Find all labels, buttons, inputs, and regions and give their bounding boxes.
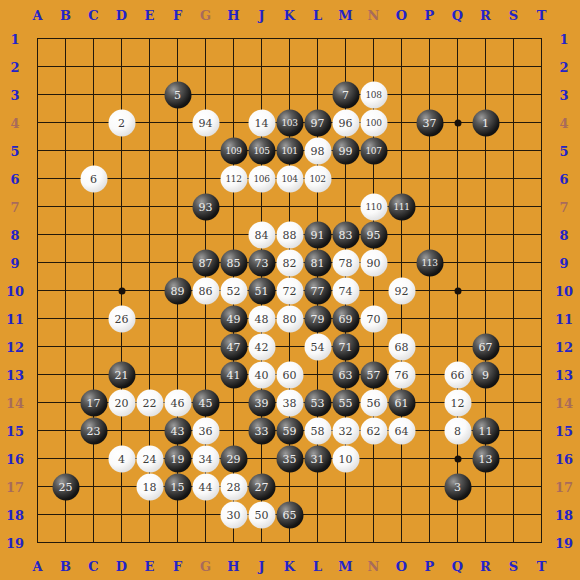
move-number: 69 xyxy=(339,313,353,324)
move-number: 88 xyxy=(283,229,297,240)
move-number: 90 xyxy=(367,257,381,268)
move-number: 64 xyxy=(395,425,409,436)
move-number: 1 xyxy=(482,117,489,128)
move-number: 62 xyxy=(367,425,381,436)
move-number: 85 xyxy=(227,257,241,268)
stone-white-N14[interactable]: 56 xyxy=(360,389,387,416)
move-number: 76 xyxy=(395,369,409,380)
move-number: 80 xyxy=(283,313,297,324)
column-label-top-D: D xyxy=(116,9,127,22)
column-label-top-E: E xyxy=(145,9,155,22)
stone-white-H6[interactable]: 112 xyxy=(220,165,247,192)
stone-white-D16[interactable]: 4 xyxy=(108,445,135,472)
stone-black-R16[interactable]: 13 xyxy=(472,445,499,472)
column-label-top-L: L xyxy=(313,9,322,22)
column-label-bottom-F: F xyxy=(173,560,182,573)
row-label-right-5: 5 xyxy=(559,144,568,157)
move-number: 18 xyxy=(143,481,157,492)
move-number: 14 xyxy=(255,117,269,128)
move-number: 29 xyxy=(227,453,241,464)
row-label-right-17: 17 xyxy=(555,480,573,493)
move-number: 27 xyxy=(255,481,269,492)
move-number: 86 xyxy=(199,285,213,296)
column-label-bottom-N: N xyxy=(368,560,380,573)
row-label-left-19: 19 xyxy=(6,536,24,549)
move-number: 106 xyxy=(254,174,270,183)
stone-white-L15[interactable]: 58 xyxy=(304,417,331,444)
go-board: ABCDEFGHJKLMNOPQRST ABCDEFGHJKLMNOPQRST … xyxy=(0,0,580,580)
row-label-right-1: 1 xyxy=(559,32,568,45)
move-number: 17 xyxy=(87,397,101,408)
row-label-right-9: 9 xyxy=(559,256,568,269)
stone-white-O15[interactable]: 64 xyxy=(388,417,415,444)
stone-black-P9[interactable]: 113 xyxy=(416,249,443,276)
stone-black-O14[interactable]: 61 xyxy=(388,389,415,416)
stone-black-H12[interactable]: 47 xyxy=(220,333,247,360)
move-number: 26 xyxy=(115,313,129,324)
move-number: 105 xyxy=(254,146,270,155)
row-label-left-6: 6 xyxy=(10,172,19,185)
stone-white-N4[interactable]: 100 xyxy=(360,109,387,136)
stone-black-M5[interactable]: 99 xyxy=(332,137,359,164)
row-label-left-10: 10 xyxy=(6,284,24,297)
stone-black-F3[interactable]: 5 xyxy=(164,81,191,108)
stone-white-D11[interactable]: 26 xyxy=(108,305,135,332)
star-point-D10 xyxy=(118,287,125,294)
column-label-bottom-J: J xyxy=(258,560,264,573)
move-number: 55 xyxy=(339,397,353,408)
move-number: 98 xyxy=(311,145,325,156)
stone-white-J11[interactable]: 48 xyxy=(248,305,275,332)
column-label-bottom-B: B xyxy=(60,560,71,573)
stone-black-M14[interactable]: 55 xyxy=(332,389,359,416)
stone-black-H13[interactable]: 41 xyxy=(220,361,247,388)
stone-black-M11[interactable]: 69 xyxy=(332,305,359,332)
move-number: 15 xyxy=(171,481,185,492)
stone-white-J4[interactable]: 14 xyxy=(248,109,275,136)
move-number: 70 xyxy=(367,313,381,324)
move-number: 51 xyxy=(255,285,269,296)
move-number: 48 xyxy=(255,313,269,324)
stone-white-K6[interactable]: 104 xyxy=(276,165,303,192)
stone-white-L5[interactable]: 98 xyxy=(304,137,331,164)
stone-black-L11[interactable]: 79 xyxy=(304,305,331,332)
move-number: 63 xyxy=(339,369,353,380)
stone-black-D13[interactable]: 21 xyxy=(108,361,135,388)
move-number: 100 xyxy=(366,118,382,127)
column-label-bottom-L: L xyxy=(313,560,322,573)
column-label-bottom-D: D xyxy=(116,560,127,573)
move-number: 33 xyxy=(255,425,269,436)
move-number: 77 xyxy=(311,285,325,296)
move-number: 68 xyxy=(395,341,409,352)
stone-black-F10[interactable]: 89 xyxy=(164,277,191,304)
stone-white-J18[interactable]: 50 xyxy=(248,501,275,528)
stone-black-K16[interactable]: 35 xyxy=(276,445,303,472)
move-number: 101 xyxy=(282,146,298,155)
move-number: 81 xyxy=(311,257,325,268)
row-label-right-7: 7 xyxy=(559,200,568,213)
column-label-top-A: A xyxy=(32,9,42,22)
star-point-Q16 xyxy=(454,455,461,462)
move-number: 22 xyxy=(143,397,157,408)
row-label-left-15: 15 xyxy=(6,424,24,437)
move-number: 53 xyxy=(311,397,325,408)
move-number: 10 xyxy=(339,453,353,464)
move-number: 23 xyxy=(87,425,101,436)
row-label-right-16: 16 xyxy=(555,452,573,465)
star-point-Q4 xyxy=(454,119,461,126)
move-number: 2 xyxy=(118,117,125,128)
stone-white-G4[interactable]: 94 xyxy=(192,109,219,136)
column-label-bottom-S: S xyxy=(509,560,518,573)
stone-white-H10[interactable]: 52 xyxy=(220,277,247,304)
row-label-left-3: 3 xyxy=(10,88,19,101)
column-label-top-H: H xyxy=(227,9,239,22)
stone-white-Q14[interactable]: 12 xyxy=(444,389,471,416)
row-label-left-14: 14 xyxy=(6,396,24,409)
stone-white-E16[interactable]: 24 xyxy=(136,445,163,472)
stone-white-N7[interactable]: 110 xyxy=(360,193,387,220)
stone-black-N5[interactable]: 107 xyxy=(360,137,387,164)
row-label-right-10: 10 xyxy=(555,284,573,297)
move-number: 94 xyxy=(199,117,213,128)
move-number: 102 xyxy=(310,174,326,183)
move-number: 20 xyxy=(115,397,129,408)
move-number: 93 xyxy=(199,201,213,212)
stone-black-J15[interactable]: 33 xyxy=(248,417,275,444)
stone-black-C15[interactable]: 23 xyxy=(80,417,107,444)
column-label-top-C: C xyxy=(88,9,98,22)
move-number: 28 xyxy=(227,481,241,492)
move-number: 91 xyxy=(311,229,325,240)
move-number: 111 xyxy=(394,202,410,211)
stone-black-M12[interactable]: 71 xyxy=(332,333,359,360)
move-number: 12 xyxy=(451,397,465,408)
stone-black-N8[interactable]: 95 xyxy=(360,221,387,248)
stone-white-M10[interactable]: 74 xyxy=(332,277,359,304)
stone-black-K4[interactable]: 103 xyxy=(276,109,303,136)
stone-black-B17[interactable]: 25 xyxy=(52,473,79,500)
stone-black-R15[interactable]: 11 xyxy=(472,417,499,444)
move-number: 54 xyxy=(311,341,325,352)
move-number: 50 xyxy=(255,509,269,520)
stone-black-K5[interactable]: 101 xyxy=(276,137,303,164)
move-number: 103 xyxy=(282,118,298,127)
stone-black-K15[interactable]: 59 xyxy=(276,417,303,444)
column-label-top-R: R xyxy=(480,9,491,22)
column-label-bottom-Q: Q xyxy=(452,560,463,573)
row-label-right-6: 6 xyxy=(559,172,568,185)
row-label-left-13: 13 xyxy=(6,368,24,381)
move-number: 87 xyxy=(199,257,213,268)
move-number: 57 xyxy=(367,369,381,380)
stone-black-H16[interactable]: 29 xyxy=(220,445,247,472)
stone-black-Q17[interactable]: 3 xyxy=(444,473,471,500)
column-label-top-M: M xyxy=(338,9,352,22)
move-number: 25 xyxy=(59,481,73,492)
move-number: 113 xyxy=(422,258,438,267)
move-number: 112 xyxy=(226,174,242,183)
column-label-bottom-R: R xyxy=(480,560,491,573)
stone-black-L10[interactable]: 77 xyxy=(304,277,331,304)
stone-white-G15[interactable]: 36 xyxy=(192,417,219,444)
column-label-bottom-A: A xyxy=(32,560,42,573)
column-label-bottom-H: H xyxy=(227,560,239,573)
column-label-bottom-K: K xyxy=(284,560,295,573)
move-number: 7 xyxy=(342,89,349,100)
stone-black-C14[interactable]: 17 xyxy=(80,389,107,416)
stone-white-G17[interactable]: 44 xyxy=(192,473,219,500)
row-label-left-1: 1 xyxy=(10,32,19,45)
stone-white-G16[interactable]: 34 xyxy=(192,445,219,472)
stone-white-J13[interactable]: 40 xyxy=(248,361,275,388)
stone-white-G10[interactable]: 86 xyxy=(192,277,219,304)
stone-black-R13[interactable]: 9 xyxy=(472,361,499,388)
move-number: 83 xyxy=(339,229,353,240)
move-number: 40 xyxy=(255,369,269,380)
stone-white-M9[interactable]: 78 xyxy=(332,249,359,276)
stone-black-N13[interactable]: 57 xyxy=(360,361,387,388)
stone-white-M16[interactable]: 10 xyxy=(332,445,359,472)
stone-white-D4[interactable]: 2 xyxy=(108,109,135,136)
star-point-Q10 xyxy=(454,287,461,294)
stone-white-F14[interactable]: 46 xyxy=(164,389,191,416)
move-number: 39 xyxy=(255,397,269,408)
stone-white-N3[interactable]: 108 xyxy=(360,81,387,108)
move-number: 52 xyxy=(227,285,241,296)
move-number: 96 xyxy=(339,117,353,128)
row-label-left-8: 8 xyxy=(10,228,19,241)
column-label-top-F: F xyxy=(173,9,182,22)
column-label-top-O: O xyxy=(396,9,407,22)
move-number: 42 xyxy=(255,341,269,352)
stone-black-J14[interactable]: 39 xyxy=(248,389,275,416)
row-label-right-3: 3 xyxy=(559,88,568,101)
stone-black-K18[interactable]: 65 xyxy=(276,501,303,528)
row-label-left-16: 16 xyxy=(6,452,24,465)
move-number: 61 xyxy=(395,397,409,408)
stone-white-E17[interactable]: 18 xyxy=(136,473,163,500)
move-number: 79 xyxy=(311,313,325,324)
stone-black-M3[interactable]: 7 xyxy=(332,81,359,108)
column-label-bottom-P: P xyxy=(425,560,435,573)
stone-black-O7[interactable]: 111 xyxy=(388,193,415,220)
move-number: 73 xyxy=(255,257,269,268)
move-number: 56 xyxy=(367,397,381,408)
move-number: 35 xyxy=(283,453,297,464)
stone-black-L8[interactable]: 91 xyxy=(304,221,331,248)
move-number: 65 xyxy=(283,509,297,520)
stone-black-F15[interactable]: 43 xyxy=(164,417,191,444)
stone-white-O10[interactable]: 92 xyxy=(388,277,415,304)
stone-white-E14[interactable]: 22 xyxy=(136,389,163,416)
move-number: 34 xyxy=(199,453,213,464)
column-label-top-N: N xyxy=(368,9,380,22)
stone-white-M15[interactable]: 32 xyxy=(332,417,359,444)
stone-black-L14[interactable]: 53 xyxy=(304,389,331,416)
column-label-top-J: J xyxy=(258,9,264,22)
stone-black-J5[interactable]: 105 xyxy=(248,137,275,164)
stone-black-M8[interactable]: 83 xyxy=(332,221,359,248)
move-number: 32 xyxy=(339,425,353,436)
stone-white-H17[interactable]: 28 xyxy=(220,473,247,500)
stone-white-M4[interactable]: 96 xyxy=(332,109,359,136)
stone-white-L6[interactable]: 102 xyxy=(304,165,331,192)
move-number: 72 xyxy=(283,285,297,296)
row-label-left-12: 12 xyxy=(6,340,24,353)
move-number: 108 xyxy=(366,90,382,99)
stone-white-C6[interactable]: 6 xyxy=(80,165,107,192)
move-number: 31 xyxy=(311,453,325,464)
row-label-right-11: 11 xyxy=(555,312,573,325)
column-label-bottom-M: M xyxy=(338,560,352,573)
row-label-left-5: 5 xyxy=(10,144,19,157)
move-number: 44 xyxy=(199,481,213,492)
column-label-top-Q: Q xyxy=(452,9,463,22)
move-number: 41 xyxy=(227,369,241,380)
stone-white-O13[interactable]: 76 xyxy=(388,361,415,388)
move-number: 43 xyxy=(171,425,185,436)
move-number: 45 xyxy=(199,397,213,408)
move-number: 97 xyxy=(311,117,325,128)
stone-black-G14[interactable]: 45 xyxy=(192,389,219,416)
move-number: 13 xyxy=(479,453,493,464)
row-label-left-4: 4 xyxy=(10,116,19,129)
stone-white-H18[interactable]: 30 xyxy=(220,501,247,528)
stone-black-H9[interactable]: 85 xyxy=(220,249,247,276)
column-label-top-S: S xyxy=(509,9,518,22)
stone-black-L9[interactable]: 81 xyxy=(304,249,331,276)
row-label-right-8: 8 xyxy=(559,228,568,241)
stone-white-K13[interactable]: 60 xyxy=(276,361,303,388)
stone-white-O12[interactable]: 68 xyxy=(388,333,415,360)
stone-white-N9[interactable]: 90 xyxy=(360,249,387,276)
stone-black-G7[interactable]: 93 xyxy=(192,193,219,220)
move-number: 82 xyxy=(283,257,297,268)
move-number: 24 xyxy=(143,453,157,464)
row-label-right-2: 2 xyxy=(559,60,568,73)
move-number: 6 xyxy=(90,173,97,184)
move-number: 95 xyxy=(367,229,381,240)
stone-white-K14[interactable]: 38 xyxy=(276,389,303,416)
column-label-top-K: K xyxy=(284,9,295,22)
stone-black-R4[interactable]: 1 xyxy=(472,109,499,136)
stone-black-F16[interactable]: 19 xyxy=(164,445,191,472)
row-label-left-17: 17 xyxy=(6,480,24,493)
stone-white-D14[interactable]: 20 xyxy=(108,389,135,416)
stone-white-K10[interactable]: 72 xyxy=(276,277,303,304)
column-label-bottom-E: E xyxy=(145,560,155,573)
stone-white-K9[interactable]: 82 xyxy=(276,249,303,276)
row-label-right-19: 19 xyxy=(555,536,573,549)
move-number: 36 xyxy=(199,425,213,436)
column-label-top-B: B xyxy=(60,9,71,22)
stone-black-G9[interactable]: 87 xyxy=(192,249,219,276)
column-label-top-T: T xyxy=(537,9,547,22)
stone-black-R12[interactable]: 67 xyxy=(472,333,499,360)
move-number: 92 xyxy=(395,285,409,296)
move-number: 9 xyxy=(482,369,489,380)
stone-black-H5[interactable]: 109 xyxy=(220,137,247,164)
stone-black-P4[interactable]: 37 xyxy=(416,109,443,136)
stone-black-J10[interactable]: 51 xyxy=(248,277,275,304)
move-number: 59 xyxy=(283,425,297,436)
stone-white-N11[interactable]: 70 xyxy=(360,305,387,332)
column-label-bottom-T: T xyxy=(537,560,547,573)
row-label-right-12: 12 xyxy=(555,340,573,353)
move-number: 104 xyxy=(282,174,298,183)
move-number: 99 xyxy=(339,145,353,156)
move-number: 30 xyxy=(227,509,241,520)
stone-white-L12[interactable]: 54 xyxy=(304,333,331,360)
move-number: 19 xyxy=(171,453,185,464)
move-number: 47 xyxy=(227,341,241,352)
move-number: 21 xyxy=(115,369,129,380)
move-number: 3 xyxy=(454,481,461,492)
stone-white-K11[interactable]: 80 xyxy=(276,305,303,332)
row-label-left-11: 11 xyxy=(6,312,24,325)
move-number: 107 xyxy=(366,146,382,155)
row-label-right-15: 15 xyxy=(555,424,573,437)
row-label-left-9: 9 xyxy=(10,256,19,269)
column-label-top-P: P xyxy=(425,9,435,22)
stone-white-K8[interactable]: 88 xyxy=(276,221,303,248)
move-number: 49 xyxy=(227,313,241,324)
stone-white-Q13[interactable]: 66 xyxy=(444,361,471,388)
stone-white-J12[interactable]: 42 xyxy=(248,333,275,360)
stone-white-J6[interactable]: 106 xyxy=(248,165,275,192)
move-number: 74 xyxy=(339,285,353,296)
row-label-right-4: 4 xyxy=(559,116,568,129)
row-label-left-7: 7 xyxy=(10,200,19,213)
move-number: 8 xyxy=(454,425,461,436)
stone-black-H11[interactable]: 49 xyxy=(220,305,247,332)
move-number: 89 xyxy=(171,285,185,296)
row-label-right-14: 14 xyxy=(555,396,573,409)
row-label-right-18: 18 xyxy=(555,508,573,521)
move-number: 84 xyxy=(255,229,269,240)
move-number: 110 xyxy=(366,202,382,211)
column-label-bottom-O: O xyxy=(396,560,407,573)
move-number: 38 xyxy=(283,397,297,408)
row-label-right-13: 13 xyxy=(555,368,573,381)
stone-white-N15[interactable]: 62 xyxy=(360,417,387,444)
column-label-bottom-C: C xyxy=(88,560,98,573)
row-label-left-2: 2 xyxy=(10,60,19,73)
stone-black-J17[interactable]: 27 xyxy=(248,473,275,500)
move-number: 109 xyxy=(226,146,242,155)
stone-white-J8[interactable]: 84 xyxy=(248,221,275,248)
move-number: 66 xyxy=(451,369,465,380)
column-label-bottom-G: G xyxy=(200,560,211,573)
column-label-top-G: G xyxy=(200,9,211,22)
stone-black-M13[interactable]: 63 xyxy=(332,361,359,388)
stone-white-Q15[interactable]: 8 xyxy=(444,417,471,444)
move-number: 71 xyxy=(339,341,353,352)
move-number: 67 xyxy=(479,341,493,352)
stone-black-F17[interactable]: 15 xyxy=(164,473,191,500)
move-number: 78 xyxy=(339,257,353,268)
move-number: 4 xyxy=(118,453,125,464)
move-number: 60 xyxy=(283,369,297,380)
stone-black-J9[interactable]: 73 xyxy=(248,249,275,276)
stone-black-L4[interactable]: 97 xyxy=(304,109,331,136)
move-number: 11 xyxy=(479,425,493,436)
stone-black-L16[interactable]: 31 xyxy=(304,445,331,472)
row-label-left-18: 18 xyxy=(6,508,24,521)
move-number: 46 xyxy=(171,397,185,408)
